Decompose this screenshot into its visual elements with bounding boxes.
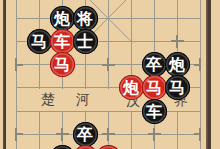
palace-diagonals-icon: [0, 0, 220, 149]
river-label-chu: 楚: [41, 93, 55, 107]
piece-red-chariot[interactable]: 车: [50, 29, 75, 54]
piece-black-soldier[interactable]: 卒: [142, 52, 167, 77]
piece-black-advisor[interactable]: 士: [73, 29, 98, 54]
piece-black-cannon[interactable]: 炮: [50, 6, 75, 31]
piece-red-horse[interactable]: 马: [142, 75, 167, 100]
piece-black-general[interactable]: 将: [73, 6, 98, 31]
xiangqi-board: 楚 河 汉 界 炮将马车士马卒炮炮马马车卒: [0, 0, 220, 149]
river-label-he: 河: [76, 93, 90, 107]
piece-black-horse[interactable]: 马: [27, 29, 52, 54]
piece-black-soldier[interactable]: 卒: [73, 122, 98, 147]
piece-red-cannon[interactable]: 炮: [119, 75, 144, 100]
piece-red-horse[interactable]: 马: [50, 52, 75, 77]
piece-black-cannon[interactable]: 炮: [165, 52, 190, 77]
piece-black-chariot[interactable]: 车: [142, 99, 167, 124]
piece-black-horse[interactable]: 马: [165, 75, 190, 100]
